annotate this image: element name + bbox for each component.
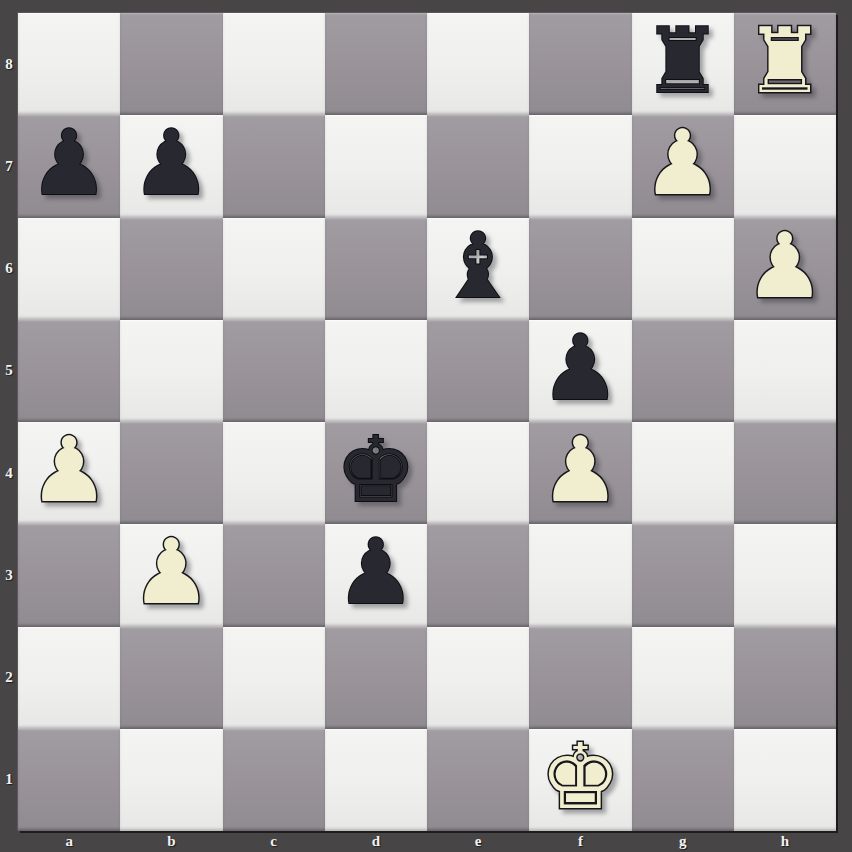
square-b6[interactable]	[120, 218, 222, 320]
rank-label-8: 8	[0, 13, 18, 115]
square-a5[interactable]	[18, 320, 120, 422]
square-b7[interactable]: ♟	[120, 115, 222, 217]
square-c6[interactable]	[223, 218, 325, 320]
square-a6[interactable]	[18, 218, 120, 320]
piece-black-king-d4[interactable]: ♚	[336, 425, 417, 515]
square-f5[interactable]: ♟	[529, 320, 631, 422]
square-e8[interactable]	[427, 13, 529, 115]
square-e4[interactable]	[427, 422, 529, 524]
piece-black-pawn-f5[interactable]: ♟	[540, 323, 621, 413]
piece-white-pawn-b3[interactable]: ♟	[131, 527, 212, 617]
file-label-f: f	[529, 831, 631, 852]
square-g5[interactable]	[632, 320, 734, 422]
square-g1[interactable]	[632, 729, 734, 831]
square-d6[interactable]	[325, 218, 427, 320]
square-d7[interactable]	[325, 115, 427, 217]
square-f2[interactable]	[529, 627, 631, 729]
square-c1[interactable]	[223, 729, 325, 831]
square-d8[interactable]	[325, 13, 427, 115]
square-h5[interactable]	[734, 320, 836, 422]
file-label-h: h	[734, 831, 836, 852]
square-c8[interactable]	[223, 13, 325, 115]
square-a2[interactable]	[18, 627, 120, 729]
rank-label-1: 1	[0, 729, 18, 831]
square-b3[interactable]: ♟	[120, 524, 222, 626]
square-f4[interactable]: ♟	[529, 422, 631, 524]
piece-white-rook-h8[interactable]: ♜	[745, 16, 826, 106]
square-e3[interactable]	[427, 524, 529, 626]
square-c7[interactable]	[223, 115, 325, 217]
square-d3[interactable]: ♟	[325, 524, 427, 626]
square-c4[interactable]	[223, 422, 325, 524]
piece-white-pawn-f4[interactable]: ♟	[540, 425, 621, 515]
piece-black-pawn-a7[interactable]: ♟	[29, 118, 110, 208]
rank-label-6: 6	[0, 218, 18, 320]
square-b8[interactable]	[120, 13, 222, 115]
square-g8[interactable]: ♜	[632, 13, 734, 115]
file-label-d: d	[325, 831, 427, 852]
square-h4[interactable]	[734, 422, 836, 524]
square-d5[interactable]	[325, 320, 427, 422]
square-d1[interactable]	[325, 729, 427, 831]
file-label-e: e	[427, 831, 529, 852]
square-g4[interactable]	[632, 422, 734, 524]
rank-label-3: 3	[0, 524, 18, 626]
file-label-c: c	[223, 831, 325, 852]
square-h8[interactable]: ♜	[734, 13, 836, 115]
square-d2[interactable]	[325, 627, 427, 729]
square-h1[interactable]	[734, 729, 836, 831]
file-label-g: g	[632, 831, 734, 852]
square-f3[interactable]	[529, 524, 631, 626]
file-label-b: b	[120, 831, 222, 852]
square-g6[interactable]	[632, 218, 734, 320]
square-a7[interactable]: ♟	[18, 115, 120, 217]
chess-board: 87654321 abcdefgh ♜♜♟♟♟♝♟♟♟♚♟♟♟♚	[0, 0, 852, 852]
square-b2[interactable]	[120, 627, 222, 729]
square-a4[interactable]: ♟	[18, 422, 120, 524]
file-labels: abcdefgh	[18, 831, 836, 852]
square-d4[interactable]: ♚	[325, 422, 427, 524]
square-b1[interactable]	[120, 729, 222, 831]
square-e6[interactable]: ♝	[427, 218, 529, 320]
square-b5[interactable]	[120, 320, 222, 422]
square-h3[interactable]	[734, 524, 836, 626]
piece-black-rook-g8[interactable]: ♜	[642, 16, 723, 106]
square-f6[interactable]	[529, 218, 631, 320]
file-label-a: a	[18, 831, 120, 852]
square-f1[interactable]: ♚	[529, 729, 631, 831]
square-e7[interactable]	[427, 115, 529, 217]
rank-label-4: 4	[0, 422, 18, 524]
board-grid: ♜♜♟♟♟♝♟♟♟♚♟♟♟♚	[18, 13, 836, 831]
square-h6[interactable]: ♟	[734, 218, 836, 320]
square-g2[interactable]	[632, 627, 734, 729]
square-f7[interactable]	[529, 115, 631, 217]
piece-white-king-f1[interactable]: ♚	[540, 732, 621, 822]
piece-white-pawn-g7[interactable]: ♟	[642, 118, 723, 208]
square-g7[interactable]: ♟	[632, 115, 734, 217]
square-h2[interactable]	[734, 627, 836, 729]
piece-white-pawn-a4[interactable]: ♟	[29, 425, 110, 515]
square-c2[interactable]	[223, 627, 325, 729]
piece-black-pawn-b7[interactable]: ♟	[131, 118, 212, 208]
square-f8[interactable]	[529, 13, 631, 115]
square-a8[interactable]	[18, 13, 120, 115]
square-b4[interactable]	[120, 422, 222, 524]
rank-labels: 87654321	[0, 13, 18, 831]
square-e1[interactable]	[427, 729, 529, 831]
square-c5[interactable]	[223, 320, 325, 422]
rank-label-5: 5	[0, 320, 18, 422]
piece-black-bishop-e6[interactable]: ♝	[438, 221, 519, 311]
rank-label-2: 2	[0, 627, 18, 729]
square-h7[interactable]	[734, 115, 836, 217]
square-c3[interactable]	[223, 524, 325, 626]
square-e2[interactable]	[427, 627, 529, 729]
piece-black-pawn-d3[interactable]: ♟	[336, 527, 417, 617]
square-e5[interactable]	[427, 320, 529, 422]
square-g3[interactable]	[632, 524, 734, 626]
rank-label-7: 7	[0, 115, 18, 217]
square-a1[interactable]	[18, 729, 120, 831]
square-a3[interactable]	[18, 524, 120, 626]
piece-white-pawn-h6[interactable]: ♟	[745, 221, 826, 311]
